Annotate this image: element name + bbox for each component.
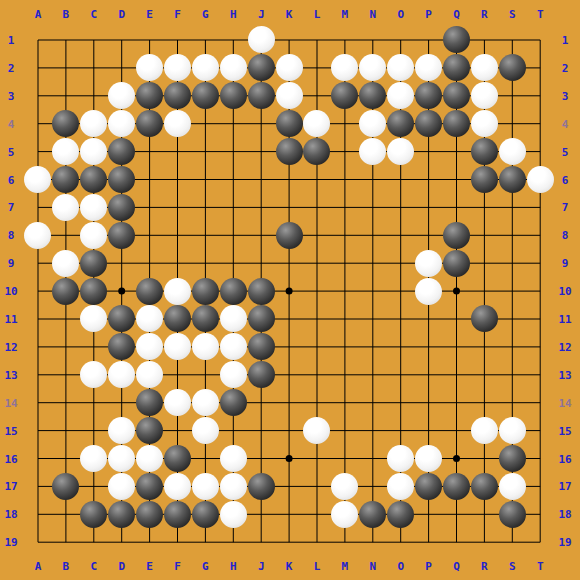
board-point-G8[interactable] bbox=[191, 221, 219, 249]
board-point-K19[interactable] bbox=[275, 528, 303, 556]
board-point-M6[interactable] bbox=[331, 166, 359, 194]
board-point-S13[interactable] bbox=[498, 361, 526, 389]
board-point-T4[interactable] bbox=[526, 110, 554, 138]
board-point-C16[interactable] bbox=[80, 444, 108, 472]
board-point-C15[interactable] bbox=[80, 417, 108, 445]
board-point-E12[interactable] bbox=[136, 333, 164, 361]
board-point-K17[interactable] bbox=[275, 472, 303, 500]
board-point-L17[interactable] bbox=[303, 472, 331, 500]
board-point-Q8[interactable] bbox=[442, 221, 470, 249]
board-point-N11[interactable] bbox=[359, 305, 387, 333]
board-point-Q10[interactable] bbox=[442, 277, 470, 305]
board-point-N8[interactable] bbox=[359, 221, 387, 249]
board-point-C5[interactable] bbox=[80, 138, 108, 166]
board-point-R8[interactable] bbox=[470, 221, 498, 249]
board-point-O12[interactable] bbox=[387, 333, 415, 361]
board-point-P17[interactable] bbox=[415, 472, 443, 500]
board-point-F14[interactable] bbox=[164, 389, 192, 417]
board-point-F19[interactable] bbox=[164, 528, 192, 556]
board-point-E3[interactable] bbox=[136, 82, 164, 110]
board-point-A7[interactable] bbox=[24, 193, 52, 221]
board-point-R4[interactable] bbox=[470, 110, 498, 138]
board-point-B7[interactable] bbox=[52, 193, 80, 221]
board-point-B15[interactable] bbox=[52, 417, 80, 445]
board-point-Q7[interactable] bbox=[442, 193, 470, 221]
board-point-N7[interactable] bbox=[359, 193, 387, 221]
board-point-F15[interactable] bbox=[164, 417, 192, 445]
board-point-J17[interactable] bbox=[247, 472, 275, 500]
board-point-O19[interactable] bbox=[387, 528, 415, 556]
board-point-N12[interactable] bbox=[359, 333, 387, 361]
board-point-K10[interactable] bbox=[275, 277, 303, 305]
board-point-J3[interactable] bbox=[247, 82, 275, 110]
board-point-S14[interactable] bbox=[498, 389, 526, 417]
board-point-O16[interactable] bbox=[387, 444, 415, 472]
board-point-T9[interactable] bbox=[526, 249, 554, 277]
board-point-H11[interactable] bbox=[219, 305, 247, 333]
board-point-F6[interactable] bbox=[164, 166, 192, 194]
board-point-G7[interactable] bbox=[191, 193, 219, 221]
board-point-A19[interactable] bbox=[24, 528, 52, 556]
board-point-C12[interactable] bbox=[80, 333, 108, 361]
board-point-A17[interactable] bbox=[24, 472, 52, 500]
board-point-M12[interactable] bbox=[331, 333, 359, 361]
board-point-A8[interactable] bbox=[24, 221, 52, 249]
board-point-P14[interactable] bbox=[415, 389, 443, 417]
board-point-E2[interactable] bbox=[136, 54, 164, 82]
board-point-F10[interactable] bbox=[164, 277, 192, 305]
board-point-M13[interactable] bbox=[331, 361, 359, 389]
board-point-C18[interactable] bbox=[80, 500, 108, 528]
board-point-E15[interactable] bbox=[136, 417, 164, 445]
board-point-T11[interactable] bbox=[526, 305, 554, 333]
board-point-L10[interactable] bbox=[303, 277, 331, 305]
board-point-O13[interactable] bbox=[387, 361, 415, 389]
board-point-R11[interactable] bbox=[470, 305, 498, 333]
board-point-D5[interactable] bbox=[108, 138, 136, 166]
board-point-B17[interactable] bbox=[52, 472, 80, 500]
board-point-Q2[interactable] bbox=[442, 54, 470, 82]
board-point-M1[interactable] bbox=[331, 26, 359, 54]
board-point-K2[interactable] bbox=[275, 54, 303, 82]
board-point-B19[interactable] bbox=[52, 528, 80, 556]
board-point-F13[interactable] bbox=[164, 361, 192, 389]
board-point-A14[interactable] bbox=[24, 389, 52, 417]
board-point-G14[interactable] bbox=[191, 389, 219, 417]
board-point-B5[interactable] bbox=[52, 138, 80, 166]
board-point-N16[interactable] bbox=[359, 444, 387, 472]
board-point-N3[interactable] bbox=[359, 82, 387, 110]
board-point-S10[interactable] bbox=[498, 277, 526, 305]
board-point-B3[interactable] bbox=[52, 82, 80, 110]
board-point-S5[interactable] bbox=[498, 138, 526, 166]
board-point-H9[interactable] bbox=[219, 249, 247, 277]
board-point-N9[interactable] bbox=[359, 249, 387, 277]
board-point-L5[interactable] bbox=[303, 138, 331, 166]
board-point-P11[interactable] bbox=[415, 305, 443, 333]
board-point-A18[interactable] bbox=[24, 500, 52, 528]
board-point-P2[interactable] bbox=[415, 54, 443, 82]
board-point-P19[interactable] bbox=[415, 528, 443, 556]
board-point-L8[interactable] bbox=[303, 221, 331, 249]
board-point-P9[interactable] bbox=[415, 249, 443, 277]
board-point-M9[interactable] bbox=[331, 249, 359, 277]
board-point-D8[interactable] bbox=[108, 221, 136, 249]
board-point-C17[interactable] bbox=[80, 472, 108, 500]
board-point-G19[interactable] bbox=[191, 528, 219, 556]
board-point-H5[interactable] bbox=[219, 138, 247, 166]
board-point-P4[interactable] bbox=[415, 110, 443, 138]
board-point-D19[interactable] bbox=[108, 528, 136, 556]
board-point-A1[interactable] bbox=[24, 26, 52, 54]
board-point-S4[interactable] bbox=[498, 110, 526, 138]
board-point-O1[interactable] bbox=[387, 26, 415, 54]
board-point-O7[interactable] bbox=[387, 193, 415, 221]
board-point-P1[interactable] bbox=[415, 26, 443, 54]
board-point-Q18[interactable] bbox=[442, 500, 470, 528]
board-point-J1[interactable] bbox=[247, 26, 275, 54]
board-point-K16[interactable] bbox=[275, 444, 303, 472]
board-point-M11[interactable] bbox=[331, 305, 359, 333]
board-point-H17[interactable] bbox=[219, 472, 247, 500]
board-point-M17[interactable] bbox=[331, 472, 359, 500]
board-point-R5[interactable] bbox=[470, 138, 498, 166]
board-point-N5[interactable] bbox=[359, 138, 387, 166]
board-point-H19[interactable] bbox=[219, 528, 247, 556]
board-point-P12[interactable] bbox=[415, 333, 443, 361]
board-point-A13[interactable] bbox=[24, 361, 52, 389]
board-point-M3[interactable] bbox=[331, 82, 359, 110]
board-point-P15[interactable] bbox=[415, 417, 443, 445]
board-point-L6[interactable] bbox=[303, 166, 331, 194]
board-point-R6[interactable] bbox=[470, 166, 498, 194]
board-point-A3[interactable] bbox=[24, 82, 52, 110]
board-point-L16[interactable] bbox=[303, 444, 331, 472]
board-point-F1[interactable] bbox=[164, 26, 192, 54]
board-point-S12[interactable] bbox=[498, 333, 526, 361]
board-point-A12[interactable] bbox=[24, 333, 52, 361]
board-point-R15[interactable] bbox=[470, 417, 498, 445]
board-point-A6[interactable] bbox=[24, 166, 52, 194]
board-point-S15[interactable] bbox=[498, 417, 526, 445]
board-point-N14[interactable] bbox=[359, 389, 387, 417]
board-point-K8[interactable] bbox=[275, 221, 303, 249]
board-point-J4[interactable] bbox=[247, 110, 275, 138]
board-point-F18[interactable] bbox=[164, 500, 192, 528]
board-point-P5[interactable] bbox=[415, 138, 443, 166]
board-point-H1[interactable] bbox=[219, 26, 247, 54]
board-point-Q1[interactable] bbox=[442, 26, 470, 54]
board-point-B14[interactable] bbox=[52, 389, 80, 417]
board-point-Q14[interactable] bbox=[442, 389, 470, 417]
board-point-Q5[interactable] bbox=[442, 138, 470, 166]
board-point-P6[interactable] bbox=[415, 166, 443, 194]
board-point-T16[interactable] bbox=[526, 444, 554, 472]
board-point-R18[interactable] bbox=[470, 500, 498, 528]
board-point-O14[interactable] bbox=[387, 389, 415, 417]
board-point-L18[interactable] bbox=[303, 500, 331, 528]
board-point-S1[interactable] bbox=[498, 26, 526, 54]
board-point-S3[interactable] bbox=[498, 82, 526, 110]
board-point-T14[interactable] bbox=[526, 389, 554, 417]
board-point-N10[interactable] bbox=[359, 277, 387, 305]
board-point-D14[interactable] bbox=[108, 389, 136, 417]
board-point-B18[interactable] bbox=[52, 500, 80, 528]
board-point-E9[interactable] bbox=[136, 249, 164, 277]
board-point-M2[interactable] bbox=[331, 54, 359, 82]
board-point-C4[interactable] bbox=[80, 110, 108, 138]
board-point-T15[interactable] bbox=[526, 417, 554, 445]
board-point-H7[interactable] bbox=[219, 193, 247, 221]
board-point-D11[interactable] bbox=[108, 305, 136, 333]
board-point-Q16[interactable] bbox=[442, 444, 470, 472]
board-point-B11[interactable] bbox=[52, 305, 80, 333]
board-point-T8[interactable] bbox=[526, 221, 554, 249]
board-point-G2[interactable] bbox=[191, 54, 219, 82]
board-point-B1[interactable] bbox=[52, 26, 80, 54]
board-point-C13[interactable] bbox=[80, 361, 108, 389]
board-point-D12[interactable] bbox=[108, 333, 136, 361]
board-point-F5[interactable] bbox=[164, 138, 192, 166]
board-point-L13[interactable] bbox=[303, 361, 331, 389]
board-point-P18[interactable] bbox=[415, 500, 443, 528]
board-point-S18[interactable] bbox=[498, 500, 526, 528]
board-point-N19[interactable] bbox=[359, 528, 387, 556]
board-point-F16[interactable] bbox=[164, 444, 192, 472]
board-point-N6[interactable] bbox=[359, 166, 387, 194]
board-point-D10[interactable] bbox=[108, 277, 136, 305]
board-point-M18[interactable] bbox=[331, 500, 359, 528]
board-point-F4[interactable] bbox=[164, 110, 192, 138]
board-point-A11[interactable] bbox=[24, 305, 52, 333]
board-point-G12[interactable] bbox=[191, 333, 219, 361]
board-point-H3[interactable] bbox=[219, 82, 247, 110]
board-point-N18[interactable] bbox=[359, 500, 387, 528]
board-point-N15[interactable] bbox=[359, 417, 387, 445]
board-point-S9[interactable] bbox=[498, 249, 526, 277]
board-point-T1[interactable] bbox=[526, 26, 554, 54]
board-point-H13[interactable] bbox=[219, 361, 247, 389]
board-point-F9[interactable] bbox=[164, 249, 192, 277]
board-point-E10[interactable] bbox=[136, 277, 164, 305]
board-point-J10[interactable] bbox=[247, 277, 275, 305]
board-point-E11[interactable] bbox=[136, 305, 164, 333]
board-point-J15[interactable] bbox=[247, 417, 275, 445]
board-point-T5[interactable] bbox=[526, 138, 554, 166]
board-point-H12[interactable] bbox=[219, 333, 247, 361]
board-point-Q4[interactable] bbox=[442, 110, 470, 138]
board-point-G1[interactable] bbox=[191, 26, 219, 54]
board-point-H18[interactable] bbox=[219, 500, 247, 528]
board-point-K12[interactable] bbox=[275, 333, 303, 361]
board-point-C10[interactable] bbox=[80, 277, 108, 305]
board-point-D17[interactable] bbox=[108, 472, 136, 500]
board-point-H14[interactable] bbox=[219, 389, 247, 417]
board-point-F11[interactable] bbox=[164, 305, 192, 333]
board-point-J19[interactable] bbox=[247, 528, 275, 556]
board-point-G11[interactable] bbox=[191, 305, 219, 333]
board-point-B2[interactable] bbox=[52, 54, 80, 82]
board-point-T6[interactable] bbox=[526, 166, 554, 194]
board-point-Q13[interactable] bbox=[442, 361, 470, 389]
board-point-J5[interactable] bbox=[247, 138, 275, 166]
board-point-R9[interactable] bbox=[470, 249, 498, 277]
board-point-Q15[interactable] bbox=[442, 417, 470, 445]
board-point-O9[interactable] bbox=[387, 249, 415, 277]
board-point-D2[interactable] bbox=[108, 54, 136, 82]
board-point-D4[interactable] bbox=[108, 110, 136, 138]
board-point-P8[interactable] bbox=[415, 221, 443, 249]
board-point-C11[interactable] bbox=[80, 305, 108, 333]
board-point-T2[interactable] bbox=[526, 54, 554, 82]
board-point-M16[interactable] bbox=[331, 444, 359, 472]
board-point-J18[interactable] bbox=[247, 500, 275, 528]
board-point-T3[interactable] bbox=[526, 82, 554, 110]
board-point-S6[interactable] bbox=[498, 166, 526, 194]
board-point-G9[interactable] bbox=[191, 249, 219, 277]
board-point-T18[interactable] bbox=[526, 500, 554, 528]
board-point-E6[interactable] bbox=[136, 166, 164, 194]
board-point-K9[interactable] bbox=[275, 249, 303, 277]
board-point-S17[interactable] bbox=[498, 472, 526, 500]
board-point-M14[interactable] bbox=[331, 389, 359, 417]
board-point-O15[interactable] bbox=[387, 417, 415, 445]
board-point-K5[interactable] bbox=[275, 138, 303, 166]
board-point-O2[interactable] bbox=[387, 54, 415, 82]
board-point-O6[interactable] bbox=[387, 166, 415, 194]
board-point-R7[interactable] bbox=[470, 193, 498, 221]
board-point-O8[interactable] bbox=[387, 221, 415, 249]
board-point-J12[interactable] bbox=[247, 333, 275, 361]
board-point-T10[interactable] bbox=[526, 277, 554, 305]
board-point-R12[interactable] bbox=[470, 333, 498, 361]
board-point-T7[interactable] bbox=[526, 193, 554, 221]
board-point-G18[interactable] bbox=[191, 500, 219, 528]
board-point-N13[interactable] bbox=[359, 361, 387, 389]
board-point-B13[interactable] bbox=[52, 361, 80, 389]
board-point-N4[interactable] bbox=[359, 110, 387, 138]
board-point-K11[interactable] bbox=[275, 305, 303, 333]
board-point-Q6[interactable] bbox=[442, 166, 470, 194]
board-point-Q3[interactable] bbox=[442, 82, 470, 110]
board-point-J2[interactable] bbox=[247, 54, 275, 82]
board-point-K13[interactable] bbox=[275, 361, 303, 389]
board-point-D18[interactable] bbox=[108, 500, 136, 528]
board-point-C6[interactable] bbox=[80, 166, 108, 194]
board-point-L15[interactable] bbox=[303, 417, 331, 445]
board-point-B8[interactable] bbox=[52, 221, 80, 249]
board-point-M10[interactable] bbox=[331, 277, 359, 305]
board-point-J7[interactable] bbox=[247, 193, 275, 221]
board-point-E7[interactable] bbox=[136, 193, 164, 221]
board-point-M7[interactable] bbox=[331, 193, 359, 221]
board-point-C19[interactable] bbox=[80, 528, 108, 556]
board-point-P7[interactable] bbox=[415, 193, 443, 221]
board-point-R10[interactable] bbox=[470, 277, 498, 305]
board-point-J14[interactable] bbox=[247, 389, 275, 417]
board-point-H6[interactable] bbox=[219, 166, 247, 194]
board-point-E4[interactable] bbox=[136, 110, 164, 138]
board-point-H4[interactable] bbox=[219, 110, 247, 138]
board-point-O11[interactable] bbox=[387, 305, 415, 333]
board-point-E14[interactable] bbox=[136, 389, 164, 417]
board-point-G10[interactable] bbox=[191, 277, 219, 305]
board-point-E5[interactable] bbox=[136, 138, 164, 166]
board-point-E8[interactable] bbox=[136, 221, 164, 249]
board-point-C9[interactable] bbox=[80, 249, 108, 277]
board-point-A16[interactable] bbox=[24, 444, 52, 472]
board-point-S16[interactable] bbox=[498, 444, 526, 472]
board-point-E13[interactable] bbox=[136, 361, 164, 389]
board-point-J16[interactable] bbox=[247, 444, 275, 472]
board-point-F7[interactable] bbox=[164, 193, 192, 221]
board-point-D1[interactable] bbox=[108, 26, 136, 54]
board-point-P16[interactable] bbox=[415, 444, 443, 472]
board-point-T13[interactable] bbox=[526, 361, 554, 389]
board-point-Q12[interactable] bbox=[442, 333, 470, 361]
board-point-D6[interactable] bbox=[108, 166, 136, 194]
board-point-L4[interactable] bbox=[303, 110, 331, 138]
board-point-K18[interactable] bbox=[275, 500, 303, 528]
board-point-H10[interactable] bbox=[219, 277, 247, 305]
board-point-E16[interactable] bbox=[136, 444, 164, 472]
board-point-D3[interactable] bbox=[108, 82, 136, 110]
board-point-A2[interactable] bbox=[24, 54, 52, 82]
board-point-O3[interactable] bbox=[387, 82, 415, 110]
board-point-H16[interactable] bbox=[219, 444, 247, 472]
board-point-H2[interactable] bbox=[219, 54, 247, 82]
board-point-C7[interactable] bbox=[80, 193, 108, 221]
board-point-R19[interactable] bbox=[470, 528, 498, 556]
board-point-C14[interactable] bbox=[80, 389, 108, 417]
board-point-B12[interactable] bbox=[52, 333, 80, 361]
board-point-D13[interactable] bbox=[108, 361, 136, 389]
board-point-D16[interactable] bbox=[108, 444, 136, 472]
board-point-R2[interactable] bbox=[470, 54, 498, 82]
board-point-D15[interactable] bbox=[108, 417, 136, 445]
board-point-E18[interactable] bbox=[136, 500, 164, 528]
board-point-B9[interactable] bbox=[52, 249, 80, 277]
board-point-L19[interactable] bbox=[303, 528, 331, 556]
board-point-K14[interactable] bbox=[275, 389, 303, 417]
board-point-G17[interactable] bbox=[191, 472, 219, 500]
board-point-F12[interactable] bbox=[164, 333, 192, 361]
board-point-B16[interactable] bbox=[52, 444, 80, 472]
board-point-L9[interactable] bbox=[303, 249, 331, 277]
board-point-C1[interactable] bbox=[80, 26, 108, 54]
board-point-K6[interactable] bbox=[275, 166, 303, 194]
board-point-G13[interactable] bbox=[191, 361, 219, 389]
board-point-D9[interactable] bbox=[108, 249, 136, 277]
board-point-L2[interactable] bbox=[303, 54, 331, 82]
board-point-O18[interactable] bbox=[387, 500, 415, 528]
board-point-O4[interactable] bbox=[387, 110, 415, 138]
board-point-S7[interactable] bbox=[498, 193, 526, 221]
board-point-A15[interactable] bbox=[24, 417, 52, 445]
board-point-M5[interactable] bbox=[331, 138, 359, 166]
board-point-L12[interactable] bbox=[303, 333, 331, 361]
board-point-S11[interactable] bbox=[498, 305, 526, 333]
board-point-M8[interactable] bbox=[331, 221, 359, 249]
board-point-C2[interactable] bbox=[80, 54, 108, 82]
board-point-G6[interactable] bbox=[191, 166, 219, 194]
board-point-H8[interactable] bbox=[219, 221, 247, 249]
board-point-F2[interactable] bbox=[164, 54, 192, 82]
board-point-S8[interactable] bbox=[498, 221, 526, 249]
board-point-R13[interactable] bbox=[470, 361, 498, 389]
board-point-G15[interactable] bbox=[191, 417, 219, 445]
board-point-O17[interactable] bbox=[387, 472, 415, 500]
